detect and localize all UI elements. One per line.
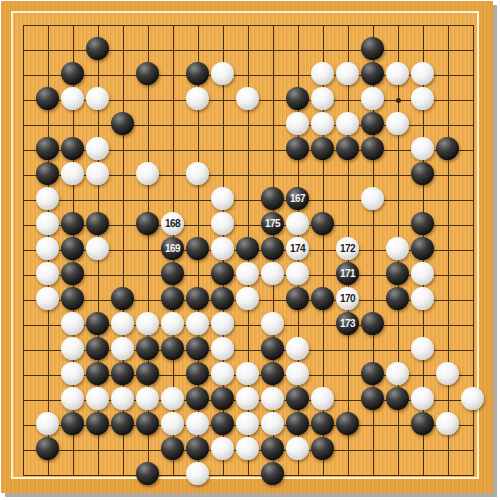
stone-white[interactable] bbox=[286, 362, 309, 385]
stone-black[interactable] bbox=[261, 237, 284, 260]
stone-black[interactable] bbox=[86, 312, 109, 335]
stone-white[interactable] bbox=[161, 312, 184, 335]
stone-white[interactable] bbox=[136, 162, 159, 185]
stone-black[interactable] bbox=[386, 262, 409, 285]
stone-white[interactable] bbox=[411, 262, 434, 285]
stone-black[interactable] bbox=[161, 437, 184, 460]
stone-black[interactable] bbox=[186, 387, 209, 410]
stone-black[interactable] bbox=[61, 62, 84, 85]
stone-white[interactable] bbox=[461, 387, 484, 410]
stone-white[interactable] bbox=[261, 387, 284, 410]
stone-black[interactable] bbox=[336, 412, 359, 435]
stone-black[interactable] bbox=[86, 362, 109, 385]
stone-white[interactable] bbox=[411, 387, 434, 410]
stone-white[interactable] bbox=[361, 87, 384, 110]
stone-black[interactable] bbox=[286, 87, 309, 110]
stone-white-move-170[interactable]: 170 bbox=[336, 287, 359, 310]
stone-white[interactable] bbox=[86, 137, 109, 160]
stone-white[interactable] bbox=[311, 87, 334, 110]
stone-white[interactable] bbox=[36, 187, 59, 210]
stone-white[interactable] bbox=[436, 412, 459, 435]
stone-black[interactable] bbox=[186, 287, 209, 310]
stone-white[interactable] bbox=[411, 137, 434, 160]
stone-black[interactable] bbox=[61, 137, 84, 160]
stone-black[interactable] bbox=[111, 287, 134, 310]
stone-black-move-171[interactable]: 171 bbox=[336, 262, 359, 285]
stone-white[interactable] bbox=[261, 412, 284, 435]
stone-white[interactable] bbox=[186, 87, 209, 110]
stone-white[interactable] bbox=[236, 412, 259, 435]
stone-white[interactable] bbox=[211, 437, 234, 460]
stone-black[interactable] bbox=[211, 387, 234, 410]
stone-black[interactable] bbox=[61, 237, 84, 260]
stone-white[interactable] bbox=[36, 412, 59, 435]
stone-black[interactable] bbox=[436, 137, 459, 160]
stone-black[interactable] bbox=[261, 362, 284, 385]
stone-white[interactable] bbox=[311, 387, 334, 410]
stone-black[interactable] bbox=[161, 337, 184, 360]
stone-white[interactable] bbox=[186, 462, 209, 485]
stone-black-move-175[interactable]: 175 bbox=[261, 212, 284, 235]
stone-white[interactable] bbox=[211, 337, 234, 360]
stone-black[interactable] bbox=[411, 412, 434, 435]
stone-black[interactable] bbox=[36, 162, 59, 185]
stone-white[interactable] bbox=[286, 262, 309, 285]
stone-black[interactable] bbox=[86, 337, 109, 360]
stone-white[interactable] bbox=[186, 312, 209, 335]
stone-black[interactable] bbox=[136, 412, 159, 435]
stone-white[interactable] bbox=[361, 187, 384, 210]
stone-white[interactable] bbox=[236, 287, 259, 310]
stone-white[interactable] bbox=[411, 287, 434, 310]
stone-white[interactable] bbox=[111, 312, 134, 335]
stone-white[interactable] bbox=[236, 387, 259, 410]
stone-white[interactable] bbox=[386, 112, 409, 135]
stone-black[interactable] bbox=[111, 362, 134, 385]
stone-black[interactable] bbox=[311, 212, 334, 235]
stone-black[interactable] bbox=[286, 412, 309, 435]
stone-black[interactable] bbox=[286, 137, 309, 160]
stone-black[interactable] bbox=[311, 412, 334, 435]
stone-black[interactable] bbox=[186, 62, 209, 85]
stone-black[interactable] bbox=[111, 112, 134, 135]
stone-white[interactable] bbox=[236, 362, 259, 385]
stone-white[interactable] bbox=[186, 162, 209, 185]
stone-white[interactable] bbox=[86, 387, 109, 410]
star-point bbox=[396, 98, 401, 103]
stone-black[interactable] bbox=[261, 187, 284, 210]
stone-white[interactable] bbox=[311, 112, 334, 135]
stone-black[interactable] bbox=[136, 362, 159, 385]
stone-white[interactable] bbox=[411, 87, 434, 110]
stone-black[interactable] bbox=[186, 362, 209, 385]
stone-white[interactable] bbox=[286, 337, 309, 360]
stone-white[interactable] bbox=[61, 337, 84, 360]
stone-white[interactable] bbox=[36, 287, 59, 310]
stone-white[interactable] bbox=[211, 212, 234, 235]
stone-white[interactable] bbox=[86, 87, 109, 110]
stone-black[interactable] bbox=[136, 212, 159, 235]
stone-black[interactable] bbox=[186, 237, 209, 260]
stone-white[interactable] bbox=[236, 437, 259, 460]
stone-white[interactable] bbox=[411, 337, 434, 360]
stone-black[interactable] bbox=[261, 437, 284, 460]
stone-black[interactable] bbox=[411, 212, 434, 235]
stone-black[interactable] bbox=[361, 362, 384, 385]
stone-black[interactable] bbox=[361, 387, 384, 410]
stone-black[interactable] bbox=[136, 462, 159, 485]
stone-black[interactable] bbox=[311, 137, 334, 160]
stone-white[interactable] bbox=[286, 112, 309, 135]
stone-white[interactable] bbox=[261, 262, 284, 285]
stone-white-move-168[interactable]: 168 bbox=[161, 212, 184, 235]
stone-white[interactable] bbox=[386, 237, 409, 260]
stone-white[interactable] bbox=[386, 62, 409, 85]
stone-white[interactable] bbox=[86, 237, 109, 260]
stone-white[interactable] bbox=[86, 162, 109, 185]
stone-black[interactable] bbox=[411, 162, 434, 185]
stone-black[interactable] bbox=[311, 287, 334, 310]
stone-white[interactable] bbox=[61, 162, 84, 185]
stone-black[interactable] bbox=[286, 287, 309, 310]
stone-black[interactable] bbox=[261, 462, 284, 485]
stone-white[interactable] bbox=[61, 387, 84, 410]
stone-white[interactable] bbox=[411, 62, 434, 85]
stone-black[interactable] bbox=[236, 237, 259, 260]
stone-black[interactable] bbox=[111, 412, 134, 435]
stone-white[interactable] bbox=[436, 362, 459, 385]
stone-white[interactable] bbox=[386, 362, 409, 385]
stone-black[interactable] bbox=[361, 312, 384, 335]
stone-white[interactable] bbox=[61, 87, 84, 110]
stone-white[interactable] bbox=[261, 312, 284, 335]
stone-black[interactable] bbox=[86, 37, 109, 60]
stone-black[interactable] bbox=[361, 62, 384, 85]
stone-white-move-174[interactable]: 174 bbox=[286, 237, 309, 260]
stone-white[interactable] bbox=[161, 387, 184, 410]
stone-white[interactable] bbox=[211, 362, 234, 385]
stone-black[interactable] bbox=[161, 287, 184, 310]
stone-white[interactable] bbox=[211, 312, 234, 335]
stone-white[interactable] bbox=[211, 187, 234, 210]
stone-black[interactable] bbox=[411, 237, 434, 260]
stone-white[interactable] bbox=[61, 312, 84, 335]
stone-black[interactable] bbox=[36, 87, 59, 110]
stone-white[interactable] bbox=[236, 87, 259, 110]
stone-white[interactable] bbox=[186, 412, 209, 435]
stone-white[interactable] bbox=[211, 62, 234, 85]
stone-black-move-167[interactable]: 167 bbox=[286, 187, 309, 210]
stone-black[interactable] bbox=[61, 262, 84, 285]
stone-black[interactable] bbox=[61, 287, 84, 310]
stone-white[interactable] bbox=[36, 212, 59, 235]
stone-black[interactable] bbox=[361, 37, 384, 60]
stone-black[interactable] bbox=[211, 287, 234, 310]
stone-black[interactable] bbox=[211, 262, 234, 285]
stone-white[interactable] bbox=[111, 387, 134, 410]
stone-black[interactable] bbox=[311, 437, 334, 460]
stone-white[interactable] bbox=[336, 112, 359, 135]
stone-black[interactable] bbox=[361, 137, 384, 160]
stone-black-move-173[interactable]: 173 bbox=[336, 312, 359, 335]
stone-black[interactable] bbox=[86, 412, 109, 435]
stone-white[interactable] bbox=[136, 312, 159, 335]
stone-black[interactable] bbox=[36, 437, 59, 460]
stone-white[interactable] bbox=[236, 262, 259, 285]
stone-black[interactable] bbox=[186, 337, 209, 360]
stone-white[interactable] bbox=[286, 437, 309, 460]
stone-black[interactable] bbox=[386, 387, 409, 410]
stone-black[interactable] bbox=[61, 212, 84, 235]
stone-white-move-172[interactable]: 172 bbox=[336, 237, 359, 260]
stone-black[interactable] bbox=[61, 412, 84, 435]
stone-black[interactable] bbox=[361, 112, 384, 135]
stone-black-move-169[interactable]: 169 bbox=[161, 237, 184, 260]
stone-black[interactable] bbox=[136, 62, 159, 85]
stone-black[interactable] bbox=[286, 387, 309, 410]
stone-black[interactable] bbox=[336, 137, 359, 160]
stone-white[interactable] bbox=[111, 337, 134, 360]
stone-black[interactable] bbox=[86, 212, 109, 235]
stone-white[interactable] bbox=[286, 212, 309, 235]
stone-black[interactable] bbox=[161, 262, 184, 285]
stone-white[interactable] bbox=[136, 387, 159, 410]
stone-black[interactable] bbox=[211, 412, 234, 435]
stone-white[interactable] bbox=[336, 62, 359, 85]
stone-black[interactable] bbox=[36, 137, 59, 160]
stone-black[interactable] bbox=[261, 337, 284, 360]
stone-white[interactable] bbox=[36, 237, 59, 260]
stone-black[interactable] bbox=[186, 437, 209, 460]
stone-black[interactable] bbox=[386, 287, 409, 310]
stone-black[interactable] bbox=[136, 337, 159, 360]
stone-white[interactable] bbox=[61, 362, 84, 385]
stone-white[interactable] bbox=[211, 237, 234, 260]
stone-white[interactable] bbox=[311, 62, 334, 85]
stone-white[interactable] bbox=[161, 412, 184, 435]
stone-white[interactable] bbox=[36, 262, 59, 285]
